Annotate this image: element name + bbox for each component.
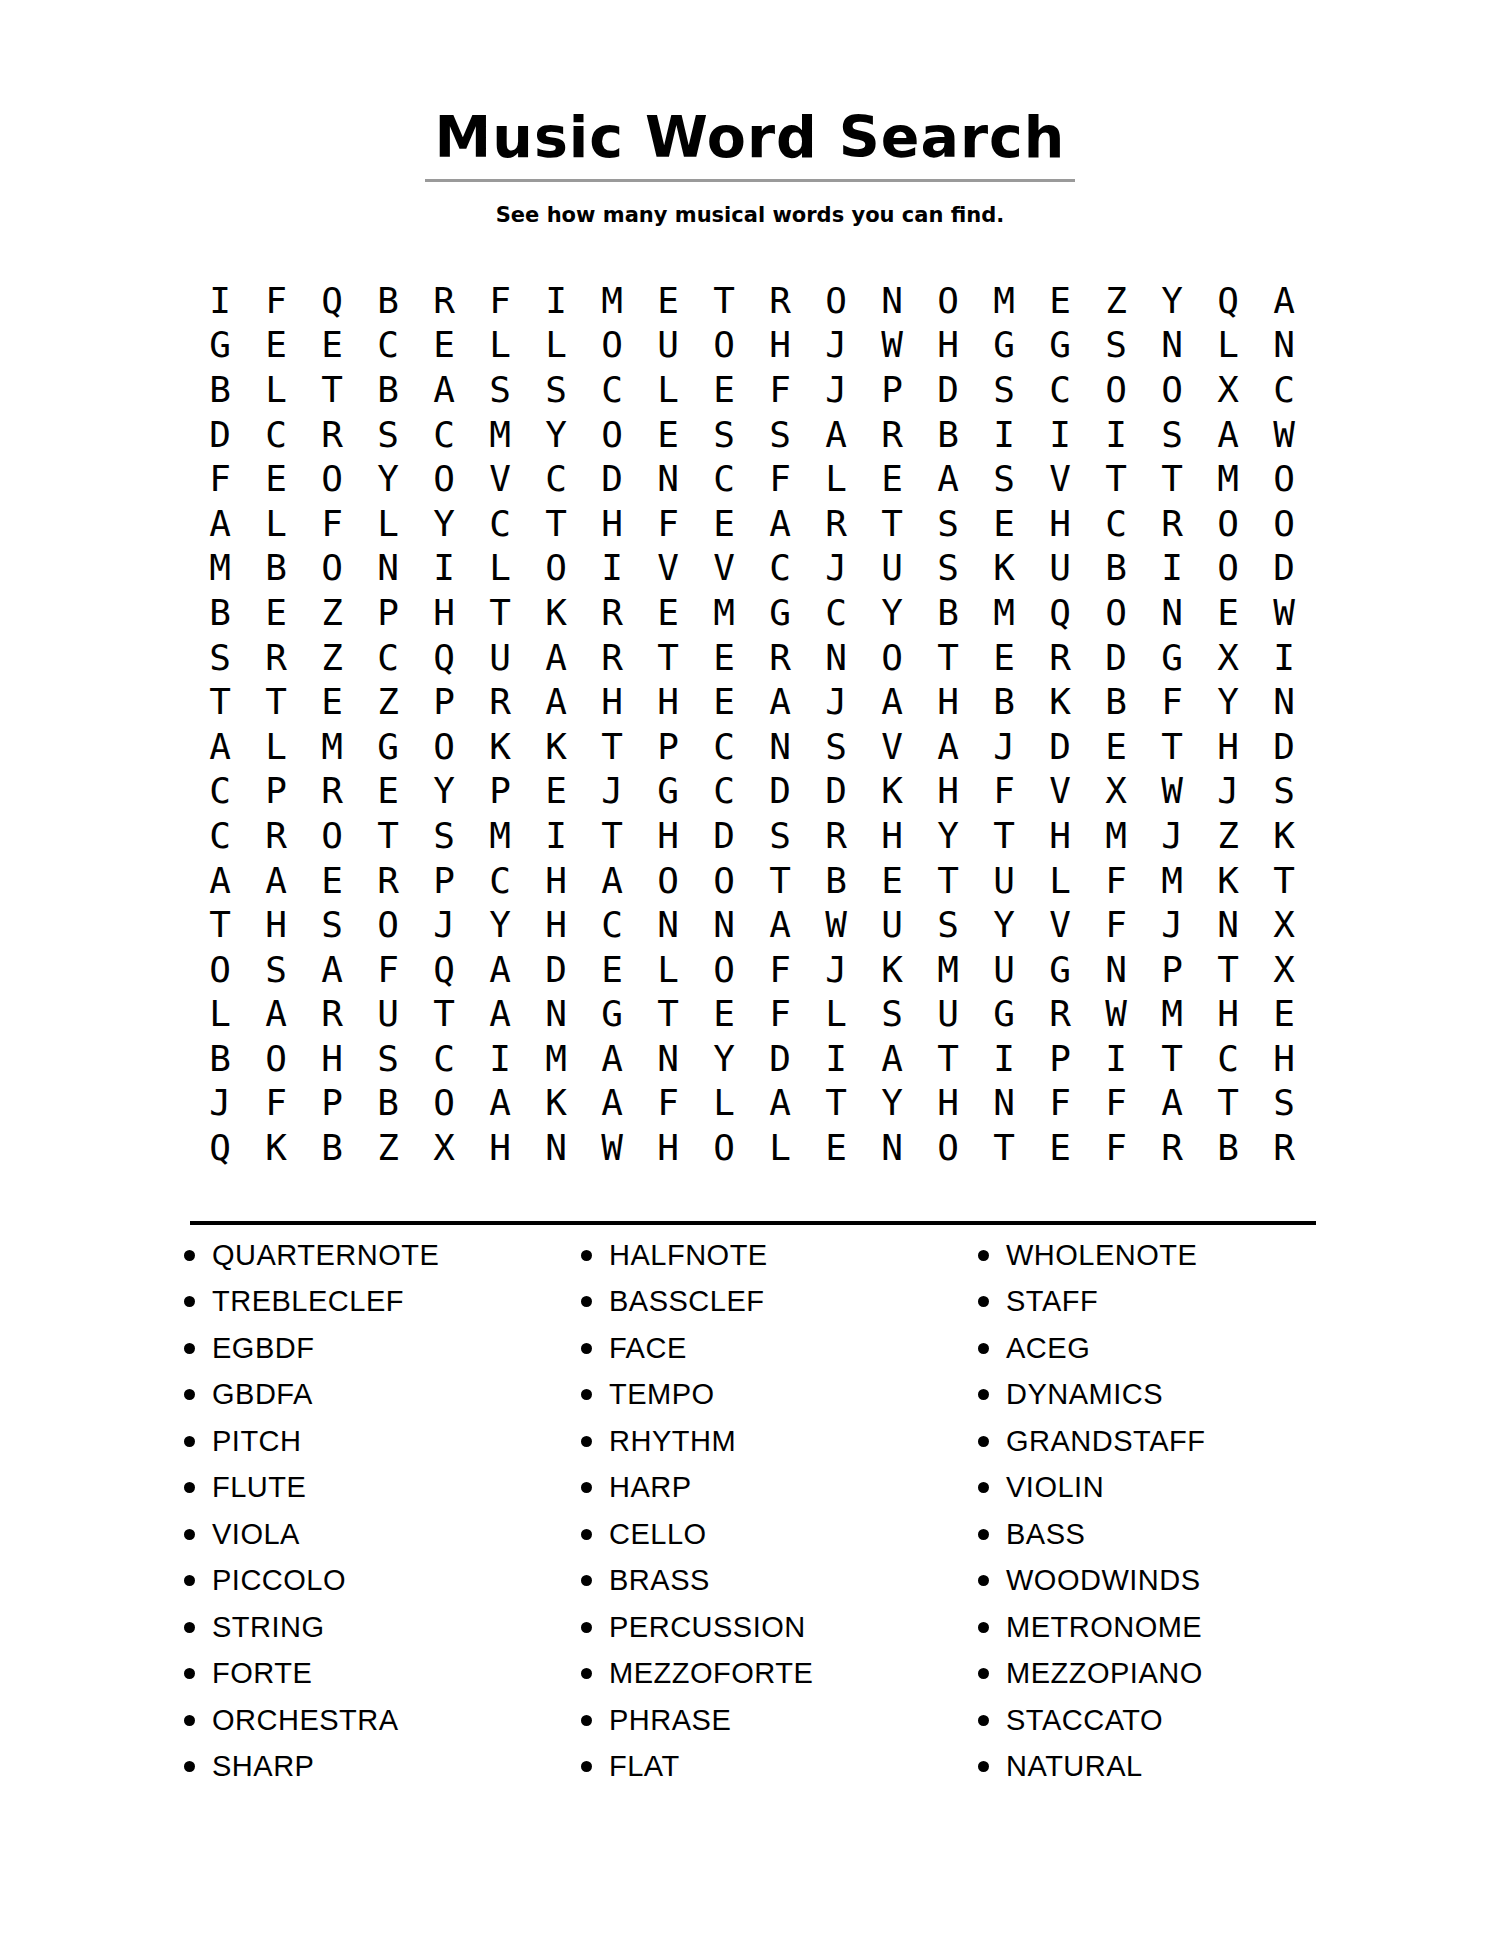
grid-cell-r4c6[interactable]: M [472,412,528,457]
grid-cell-r9c3[interactable]: Z [304,635,360,680]
grid-cell-r8c10[interactable]: M [696,590,752,635]
grid-cell-r16c8[interactable]: E [584,947,640,992]
grid-cell-r8c13[interactable]: Y [864,590,920,635]
grid-cell-r18c20[interactable]: H [1256,1036,1312,1081]
grid-cell-r10c19[interactable]: Y [1200,679,1256,724]
grid-cell-r7c18[interactable]: I [1144,546,1200,591]
grid-cell-r20c16[interactable]: E [1032,1125,1088,1170]
grid-cell-r8c14[interactable]: B [920,590,976,635]
grid-cell-r4c5[interactable]: C [416,412,472,457]
grid-cell-r14c12[interactable]: B [808,858,864,903]
grid-cell-r13c9[interactable]: H [640,813,696,858]
grid-cell-r15c3[interactable]: S [304,902,360,947]
grid-cell-r16c20[interactable]: X [1256,947,1312,992]
grid-cell-r11c14[interactable]: A [920,724,976,769]
grid-cell-r11c7[interactable]: K [528,724,584,769]
grid-cell-r2c12[interactable]: J [808,323,864,368]
grid-cell-r16c9[interactable]: L [640,947,696,992]
grid-cell-r20c1[interactable]: Q [192,1125,248,1170]
grid-cell-r10c15[interactable]: B [976,679,1032,724]
grid-cell-r15c5[interactable]: J [416,902,472,947]
grid-cell-r19c4[interactable]: B [360,1081,416,1126]
grid-cell-r6c10[interactable]: E [696,501,752,546]
grid-cell-r1c9[interactable]: E [640,278,696,323]
grid-cell-r8c9[interactable]: E [640,590,696,635]
grid-cell-r3c4[interactable]: B [360,367,416,412]
grid-cell-r12c1[interactable]: C [192,769,248,814]
grid-cell-r12c13[interactable]: K [864,769,920,814]
grid-cell-r18c11[interactable]: D [752,1036,808,1081]
grid-cell-r11c17[interactable]: E [1088,724,1144,769]
grid-cell-r9c15[interactable]: E [976,635,1032,680]
grid-cell-r11c11[interactable]: N [752,724,808,769]
grid-cell-r7c6[interactable]: L [472,546,528,591]
grid-cell-r3c11[interactable]: F [752,367,808,412]
grid-cell-r8c15[interactable]: M [976,590,1032,635]
grid-cell-r19c1[interactable]: J [192,1081,248,1126]
grid-cell-r18c1[interactable]: B [192,1036,248,1081]
grid-cell-r11c13[interactable]: V [864,724,920,769]
grid-cell-r4c19[interactable]: A [1200,412,1256,457]
grid-cell-r4c13[interactable]: R [864,412,920,457]
grid-cell-r5c15[interactable]: S [976,456,1032,501]
grid-cell-r14c5[interactable]: P [416,858,472,903]
grid-cell-r5c3[interactable]: O [304,456,360,501]
grid-cell-r12c20[interactable]: S [1256,769,1312,814]
grid-cell-r13c19[interactable]: Z [1200,813,1256,858]
grid-cell-r12c8[interactable]: J [584,769,640,814]
grid-cell-r12c16[interactable]: V [1032,769,1088,814]
grid-cell-r8c2[interactable]: E [248,590,304,635]
grid-cell-r6c12[interactable]: R [808,501,864,546]
grid-cell-r15c11[interactable]: A [752,902,808,947]
grid-cell-r20c7[interactable]: N [528,1125,584,1170]
grid-cell-r15c8[interactable]: C [584,902,640,947]
grid-cell-r13c13[interactable]: H [864,813,920,858]
grid-cell-r13c17[interactable]: M [1088,813,1144,858]
grid-cell-r17c16[interactable]: R [1032,992,1088,1037]
grid-cell-r5c13[interactable]: E [864,456,920,501]
grid-cell-r18c12[interactable]: I [808,1036,864,1081]
grid-cell-r8c5[interactable]: H [416,590,472,635]
grid-cell-r11c15[interactable]: J [976,724,1032,769]
grid-cell-r2c18[interactable]: N [1144,323,1200,368]
grid-cell-r13c20[interactable]: K [1256,813,1312,858]
grid-cell-r5c11[interactable]: F [752,456,808,501]
grid-cell-r3c16[interactable]: C [1032,367,1088,412]
grid-cell-r17c1[interactable]: L [192,992,248,1037]
grid-cell-r7c1[interactable]: M [192,546,248,591]
grid-cell-r19c2[interactable]: F [248,1081,304,1126]
grid-cell-r15c1[interactable]: T [192,902,248,947]
grid-cell-r11c1[interactable]: A [192,724,248,769]
grid-cell-r10c7[interactable]: A [528,679,584,724]
grid-cell-r6c7[interactable]: T [528,501,584,546]
grid-cell-r6c4[interactable]: L [360,501,416,546]
grid-cell-r17c3[interactable]: R [304,992,360,1037]
grid-cell-r7c7[interactable]: O [528,546,584,591]
grid-cell-r10c10[interactable]: E [696,679,752,724]
grid-cell-r9c10[interactable]: E [696,635,752,680]
grid-cell-r4c20[interactable]: W [1256,412,1312,457]
grid-cell-r16c12[interactable]: J [808,947,864,992]
grid-cell-r9c16[interactable]: R [1032,635,1088,680]
grid-cell-r2c16[interactable]: G [1032,323,1088,368]
grid-cell-r16c3[interactable]: A [304,947,360,992]
grid-cell-r14c2[interactable]: A [248,858,304,903]
grid-cell-r10c2[interactable]: T [248,679,304,724]
grid-cell-r4c18[interactable]: S [1144,412,1200,457]
grid-cell-r6c9[interactable]: F [640,501,696,546]
grid-cell-r19c5[interactable]: O [416,1081,472,1126]
grid-cell-r16c7[interactable]: D [528,947,584,992]
grid-cell-r20c15[interactable]: T [976,1125,1032,1170]
grid-cell-r9c19[interactable]: X [1200,635,1256,680]
grid-cell-r20c13[interactable]: N [864,1125,920,1170]
grid-cell-r11c8[interactable]: T [584,724,640,769]
grid-cell-r20c18[interactable]: R [1144,1125,1200,1170]
grid-cell-r10c16[interactable]: K [1032,679,1088,724]
grid-cell-r5c6[interactable]: V [472,456,528,501]
grid-cell-r14c14[interactable]: T [920,858,976,903]
grid-cell-r6c11[interactable]: A [752,501,808,546]
grid-cell-r4c11[interactable]: S [752,412,808,457]
grid-cell-r9c18[interactable]: G [1144,635,1200,680]
grid-cell-r18c8[interactable]: A [584,1036,640,1081]
grid-cell-r8c20[interactable]: W [1256,590,1312,635]
grid-cell-r8c1[interactable]: B [192,590,248,635]
grid-cell-r12c11[interactable]: D [752,769,808,814]
grid-cell-r9c1[interactable]: S [192,635,248,680]
grid-cell-r16c14[interactable]: M [920,947,976,992]
grid-cell-r2c10[interactable]: O [696,323,752,368]
grid-cell-r19c20[interactable]: S [1256,1081,1312,1126]
grid-cell-r4c12[interactable]: A [808,412,864,457]
grid-cell-r15c2[interactable]: H [248,902,304,947]
grid-cell-r12c14[interactable]: H [920,769,976,814]
grid-cell-r18c7[interactable]: M [528,1036,584,1081]
grid-cell-r1c1[interactable]: I [192,278,248,323]
grid-cell-r18c15[interactable]: I [976,1036,1032,1081]
grid-cell-r16c10[interactable]: O [696,947,752,992]
grid-cell-r20c6[interactable]: H [472,1125,528,1170]
grid-cell-r12c18[interactable]: W [1144,769,1200,814]
grid-cell-r13c10[interactable]: D [696,813,752,858]
grid-cell-r16c1[interactable]: O [192,947,248,992]
grid-cell-r6c18[interactable]: R [1144,501,1200,546]
grid-cell-r13c5[interactable]: S [416,813,472,858]
grid-cell-r3c17[interactable]: O [1088,367,1144,412]
grid-cell-r20c20[interactable]: R [1256,1125,1312,1170]
grid-cell-r10c4[interactable]: Z [360,679,416,724]
grid-cell-r17c20[interactable]: E [1256,992,1312,1037]
grid-cell-r12c15[interactable]: F [976,769,1032,814]
grid-cell-r7c12[interactable]: J [808,546,864,591]
grid-cell-r19c12[interactable]: T [808,1081,864,1126]
grid-cell-r1c14[interactable]: O [920,278,976,323]
grid-cell-r11c20[interactable]: D [1256,724,1312,769]
grid-cell-r4c15[interactable]: I [976,412,1032,457]
grid-cell-r20c14[interactable]: O [920,1125,976,1170]
grid-cell-r12c10[interactable]: C [696,769,752,814]
grid-cell-r15c7[interactable]: H [528,902,584,947]
grid-cell-r2c3[interactable]: E [304,323,360,368]
grid-cell-r12c19[interactable]: J [1200,769,1256,814]
grid-cell-r4c10[interactable]: S [696,412,752,457]
grid-cell-r15c4[interactable]: O [360,902,416,947]
grid-cell-r16c6[interactable]: A [472,947,528,992]
grid-cell-r2c5[interactable]: E [416,323,472,368]
grid-cell-r14c4[interactable]: R [360,858,416,903]
grid-cell-r18c17[interactable]: I [1088,1036,1144,1081]
grid-cell-r13c2[interactable]: R [248,813,304,858]
grid-cell-r6c6[interactable]: C [472,501,528,546]
grid-cell-r20c5[interactable]: X [416,1125,472,1170]
grid-cell-r14c20[interactable]: T [1256,858,1312,903]
grid-cell-r8c7[interactable]: K [528,590,584,635]
grid-cell-r18c10[interactable]: Y [696,1036,752,1081]
grid-cell-r19c7[interactable]: K [528,1081,584,1126]
grid-cell-r1c7[interactable]: I [528,278,584,323]
grid-cell-r15c17[interactable]: F [1088,902,1144,947]
grid-cell-r2c8[interactable]: O [584,323,640,368]
grid-cell-r18c4[interactable]: S [360,1036,416,1081]
grid-cell-r10c13[interactable]: A [864,679,920,724]
grid-cell-r9c5[interactable]: Q [416,635,472,680]
grid-cell-r1c18[interactable]: Y [1144,278,1200,323]
grid-cell-r20c12[interactable]: E [808,1125,864,1170]
grid-cell-r4c17[interactable]: I [1088,412,1144,457]
grid-cell-r7c16[interactable]: U [1032,546,1088,591]
grid-cell-r1c10[interactable]: T [696,278,752,323]
grid-cell-r10c17[interactable]: B [1088,679,1144,724]
grid-cell-r9c17[interactable]: D [1088,635,1144,680]
grid-cell-r17c5[interactable]: T [416,992,472,1037]
grid-cell-r7c3[interactable]: O [304,546,360,591]
grid-cell-r2c11[interactable]: H [752,323,808,368]
grid-cell-r13c12[interactable]: R [808,813,864,858]
grid-cell-r4c7[interactable]: Y [528,412,584,457]
grid-cell-r5c7[interactable]: C [528,456,584,501]
grid-cell-r6c2[interactable]: L [248,501,304,546]
grid-cell-r7c20[interactable]: D [1256,546,1312,591]
grid-cell-r20c17[interactable]: F [1088,1125,1144,1170]
grid-cell-r5c17[interactable]: T [1088,456,1144,501]
grid-cell-r16c11[interactable]: F [752,947,808,992]
grid-cell-r1c3[interactable]: Q [304,278,360,323]
grid-cell-r4c16[interactable]: I [1032,412,1088,457]
grid-cell-r7c13[interactable]: U [864,546,920,591]
grid-cell-r20c19[interactable]: B [1200,1125,1256,1170]
grid-cell-r10c5[interactable]: P [416,679,472,724]
grid-cell-r4c9[interactable]: E [640,412,696,457]
grid-cell-r3c15[interactable]: S [976,367,1032,412]
grid-cell-r12c6[interactable]: P [472,769,528,814]
grid-cell-r4c14[interactable]: B [920,412,976,457]
grid-cell-r2c1[interactable]: G [192,323,248,368]
grid-cell-r17c10[interactable]: E [696,992,752,1037]
grid-cell-r7c19[interactable]: O [1200,546,1256,591]
grid-cell-r9c6[interactable]: U [472,635,528,680]
grid-cell-r6c17[interactable]: C [1088,501,1144,546]
grid-cell-r2c7[interactable]: L [528,323,584,368]
grid-cell-r8c19[interactable]: E [1200,590,1256,635]
grid-cell-r10c1[interactable]: T [192,679,248,724]
grid-cell-r10c11[interactable]: A [752,679,808,724]
grid-cell-r6c19[interactable]: O [1200,501,1256,546]
grid-cell-r13c4[interactable]: T [360,813,416,858]
grid-cell-r1c4[interactable]: B [360,278,416,323]
grid-cell-r14c10[interactable]: O [696,858,752,903]
grid-cell-r8c18[interactable]: N [1144,590,1200,635]
grid-cell-r13c8[interactable]: T [584,813,640,858]
grid-cell-r8c4[interactable]: P [360,590,416,635]
grid-cell-r11c9[interactable]: P [640,724,696,769]
grid-cell-r7c11[interactable]: C [752,546,808,591]
grid-cell-r12c7[interactable]: E [528,769,584,814]
grid-cell-r11c16[interactable]: D [1032,724,1088,769]
grid-cell-r8c3[interactable]: Z [304,590,360,635]
grid-cell-r7c2[interactable]: B [248,546,304,591]
grid-cell-r5c9[interactable]: N [640,456,696,501]
grid-cell-r16c2[interactable]: S [248,947,304,992]
grid-cell-r3c12[interactable]: J [808,367,864,412]
grid-cell-r17c12[interactable]: L [808,992,864,1037]
grid-cell-r1c8[interactable]: M [584,278,640,323]
grid-cell-r17c17[interactable]: W [1088,992,1144,1037]
grid-cell-r3c7[interactable]: S [528,367,584,412]
grid-cell-r20c10[interactable]: O [696,1125,752,1170]
grid-cell-r3c8[interactable]: C [584,367,640,412]
grid-cell-r12c2[interactable]: P [248,769,304,814]
grid-cell-r15c10[interactable]: N [696,902,752,947]
grid-cell-r3c5[interactable]: A [416,367,472,412]
grid-cell-r16c18[interactable]: P [1144,947,1200,992]
grid-cell-r18c9[interactable]: N [640,1036,696,1081]
grid-cell-r13c1[interactable]: C [192,813,248,858]
grid-cell-r15c12[interactable]: W [808,902,864,947]
grid-cell-r4c2[interactable]: C [248,412,304,457]
grid-cell-r16c15[interactable]: U [976,947,1032,992]
grid-cell-r6c14[interactable]: S [920,501,976,546]
grid-cell-r15c15[interactable]: Y [976,902,1032,947]
grid-cell-r14c6[interactable]: C [472,858,528,903]
grid-cell-r9c11[interactable]: R [752,635,808,680]
grid-cell-r8c12[interactable]: C [808,590,864,635]
grid-cell-r3c14[interactable]: D [920,367,976,412]
grid-cell-r15c19[interactable]: N [1200,902,1256,947]
grid-cell-r18c19[interactable]: C [1200,1036,1256,1081]
grid-cell-r1c16[interactable]: E [1032,278,1088,323]
grid-cell-r3c10[interactable]: E [696,367,752,412]
grid-cell-r14c17[interactable]: F [1088,858,1144,903]
grid-cell-r1c2[interactable]: F [248,278,304,323]
grid-cell-r6c5[interactable]: Y [416,501,472,546]
grid-cell-r6c3[interactable]: F [304,501,360,546]
grid-cell-r16c16[interactable]: G [1032,947,1088,992]
grid-cell-r19c16[interactable]: F [1032,1081,1088,1126]
grid-cell-r19c13[interactable]: Y [864,1081,920,1126]
grid-cell-r10c18[interactable]: F [1144,679,1200,724]
grid-cell-r5c18[interactable]: T [1144,456,1200,501]
grid-cell-r5c4[interactable]: Y [360,456,416,501]
grid-cell-r7c17[interactable]: B [1088,546,1144,591]
grid-cell-r4c3[interactable]: R [304,412,360,457]
grid-cell-r19c3[interactable]: P [304,1081,360,1126]
grid-cell-r2c19[interactable]: L [1200,323,1256,368]
grid-cell-r2c14[interactable]: H [920,323,976,368]
grid-cell-r8c6[interactable]: T [472,590,528,635]
grid-cell-r12c17[interactable]: X [1088,769,1144,814]
grid-cell-r18c6[interactable]: I [472,1036,528,1081]
grid-cell-r1c17[interactable]: Z [1088,278,1144,323]
grid-cell-r16c19[interactable]: T [1200,947,1256,992]
grid-cell-r5c16[interactable]: V [1032,456,1088,501]
grid-cell-r17c6[interactable]: A [472,992,528,1037]
grid-cell-r9c8[interactable]: R [584,635,640,680]
grid-cell-r14c1[interactable]: A [192,858,248,903]
grid-cell-r20c3[interactable]: B [304,1125,360,1170]
grid-cell-r14c7[interactable]: H [528,858,584,903]
grid-cell-r14c18[interactable]: M [1144,858,1200,903]
grid-cell-r14c15[interactable]: U [976,858,1032,903]
grid-cell-r13c15[interactable]: T [976,813,1032,858]
grid-cell-r15c14[interactable]: S [920,902,976,947]
grid-cell-r3c6[interactable]: S [472,367,528,412]
grid-cell-r12c4[interactable]: E [360,769,416,814]
grid-cell-r19c8[interactable]: A [584,1081,640,1126]
grid-cell-r16c4[interactable]: F [360,947,416,992]
grid-cell-r4c8[interactable]: O [584,412,640,457]
grid-cell-r9c4[interactable]: C [360,635,416,680]
grid-cell-r19c14[interactable]: H [920,1081,976,1126]
grid-cell-r20c2[interactable]: K [248,1125,304,1170]
grid-cell-r7c5[interactable]: I [416,546,472,591]
grid-cell-r2c20[interactable]: N [1256,323,1312,368]
grid-cell-r18c5[interactable]: C [416,1036,472,1081]
grid-cell-r6c15[interactable]: E [976,501,1032,546]
grid-cell-r17c15[interactable]: G [976,992,1032,1037]
grid-cell-r8c8[interactable]: R [584,590,640,635]
grid-cell-r7c8[interactable]: I [584,546,640,591]
grid-cell-r18c16[interactable]: P [1032,1036,1088,1081]
grid-cell-r3c20[interactable]: C [1256,367,1312,412]
grid-cell-r3c13[interactable]: P [864,367,920,412]
grid-cell-r20c8[interactable]: W [584,1125,640,1170]
grid-cell-r9c13[interactable]: O [864,635,920,680]
grid-cell-r6c8[interactable]: H [584,501,640,546]
grid-cell-r4c1[interactable]: D [192,412,248,457]
grid-cell-r19c19[interactable]: T [1200,1081,1256,1126]
grid-cell-r1c19[interactable]: Q [1200,278,1256,323]
grid-cell-r4c4[interactable]: S [360,412,416,457]
grid-cell-r1c5[interactable]: R [416,278,472,323]
grid-cell-r2c15[interactable]: G [976,323,1032,368]
grid-cell-r9c9[interactable]: T [640,635,696,680]
grid-cell-r14c3[interactable]: E [304,858,360,903]
grid-cell-r13c7[interactable]: I [528,813,584,858]
grid-cell-r1c15[interactable]: M [976,278,1032,323]
grid-cell-r17c9[interactable]: T [640,992,696,1037]
grid-cell-r6c16[interactable]: H [1032,501,1088,546]
grid-cell-r5c12[interactable]: L [808,456,864,501]
grid-cell-r5c2[interactable]: E [248,456,304,501]
grid-cell-r17c18[interactable]: M [1144,992,1200,1037]
grid-cell-r2c6[interactable]: L [472,323,528,368]
grid-cell-r20c4[interactable]: Z [360,1125,416,1170]
grid-cell-r11c18[interactable]: T [1144,724,1200,769]
grid-cell-r5c8[interactable]: D [584,456,640,501]
